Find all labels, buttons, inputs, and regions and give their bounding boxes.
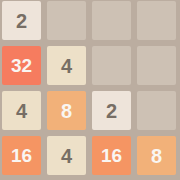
2048-board[interactable]: 2324482164168 bbox=[0, 0, 180, 180]
tile-4-r3c1: 4 bbox=[2, 91, 41, 130]
empty-cell-r1c4 bbox=[137, 1, 176, 40]
empty-cell-r3c4 bbox=[137, 91, 176, 130]
empty-cell-r1c3 bbox=[92, 1, 131, 40]
empty-cell-r2c3 bbox=[92, 46, 131, 85]
empty-cell-r1c2 bbox=[47, 1, 86, 40]
tile-32-r2c1: 32 bbox=[2, 46, 41, 85]
tile-2-r3c3: 2 bbox=[92, 91, 131, 130]
empty-cell-r2c4 bbox=[137, 46, 176, 85]
tile-4-r2c2: 4 bbox=[47, 46, 86, 85]
tile-8-r3c2: 8 bbox=[47, 91, 86, 130]
tile-8-r4c4: 8 bbox=[137, 136, 176, 175]
tile-16-r4c3: 16 bbox=[92, 136, 131, 175]
tile-4-r4c2: 4 bbox=[47, 136, 86, 175]
tile-2-r1c1: 2 bbox=[2, 1, 41, 40]
tile-16-r4c1: 16 bbox=[2, 136, 41, 175]
